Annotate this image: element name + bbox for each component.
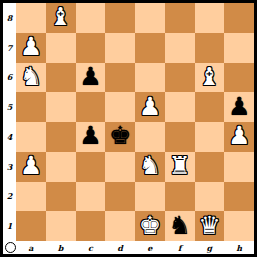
square-g3[interactable]: [195, 152, 225, 182]
rank-labels: 87654321: [3, 3, 16, 241]
square-h8[interactable]: [224, 3, 254, 33]
file-label-h: h: [224, 241, 254, 254]
square-b6[interactable]: [46, 63, 76, 93]
square-f7[interactable]: [165, 33, 195, 63]
file-label-b: b: [46, 241, 76, 254]
file-label-f: f: [165, 241, 195, 254]
square-b8[interactable]: ♝: [46, 3, 76, 33]
white-king: ♚: [139, 213, 161, 238]
rank-label-4: 4: [3, 122, 16, 152]
file-label-d: d: [105, 241, 135, 254]
white-rook: ♜: [168, 153, 190, 178]
square-a8[interactable]: [16, 3, 46, 33]
square-c8[interactable]: [76, 3, 106, 33]
white-to-move-indicator: [5, 242, 16, 253]
square-h7[interactable]: [224, 33, 254, 63]
square-f4[interactable]: [165, 122, 195, 152]
white-bishop: ♝: [198, 64, 220, 89]
square-d1[interactable]: [105, 211, 135, 241]
square-g2[interactable]: [195, 182, 225, 212]
square-g1[interactable]: ♛: [195, 211, 225, 241]
file-label-e: e: [135, 241, 165, 254]
square-a1[interactable]: [16, 211, 46, 241]
square-b1[interactable]: [46, 211, 76, 241]
square-g4[interactable]: [195, 122, 225, 152]
black-pawn: ♟: [228, 94, 250, 119]
rank-label-6: 6: [3, 63, 16, 93]
square-a3[interactable]: ♟: [16, 152, 46, 182]
file-label-a: a: [16, 241, 46, 254]
square-e7[interactable]: [135, 33, 165, 63]
square-f5[interactable]: [165, 92, 195, 122]
square-b2[interactable]: [46, 182, 76, 212]
white-pawn: ♟: [20, 153, 42, 178]
square-e3[interactable]: ♞: [135, 152, 165, 182]
square-h5[interactable]: ♟: [224, 92, 254, 122]
square-d3[interactable]: [105, 152, 135, 182]
square-f6[interactable]: [165, 63, 195, 93]
square-c2[interactable]: [76, 182, 106, 212]
white-bishop: ♝: [49, 4, 71, 29]
square-e1[interactable]: ♚: [135, 211, 165, 241]
file-label-c: c: [76, 241, 106, 254]
square-f3[interactable]: ♜: [165, 152, 195, 182]
side-to-move-corner: [3, 241, 16, 254]
square-a4[interactable]: [16, 122, 46, 152]
rank-label-1: 1: [3, 211, 16, 241]
white-knight: ♞: [20, 64, 42, 89]
square-c5[interactable]: [76, 92, 106, 122]
square-a7[interactable]: ♟: [16, 33, 46, 63]
square-g6[interactable]: ♝: [195, 63, 225, 93]
white-pawn: ♟: [20, 34, 42, 59]
square-c3[interactable]: [76, 152, 106, 182]
square-f2[interactable]: [165, 182, 195, 212]
square-e5[interactable]: ♟: [135, 92, 165, 122]
white-pawn: ♟: [139, 94, 161, 119]
square-h4[interactable]: ♟: [224, 122, 254, 152]
square-a2[interactable]: [16, 182, 46, 212]
square-b5[interactable]: [46, 92, 76, 122]
square-d4[interactable]: ♚: [105, 122, 135, 152]
square-d6[interactable]: [105, 63, 135, 93]
square-c7[interactable]: [76, 33, 106, 63]
rank-label-7: 7: [3, 33, 16, 63]
square-d8[interactable]: [105, 3, 135, 33]
square-b4[interactable]: [46, 122, 76, 152]
chess-diagram: 87654321 ♝♟♞♟♝♟♟♟♚♟♟♞♜♚♞♛ abcdefgh: [0, 0, 257, 257]
square-d7[interactable]: [105, 33, 135, 63]
square-h3[interactable]: [224, 152, 254, 182]
square-h2[interactable]: [224, 182, 254, 212]
square-c6[interactable]: ♟: [76, 63, 106, 93]
square-d5[interactable]: [105, 92, 135, 122]
rank-label-8: 8: [3, 3, 16, 33]
square-e8[interactable]: [135, 3, 165, 33]
black-king: ♚: [109, 123, 131, 148]
square-e4[interactable]: [135, 122, 165, 152]
square-c4[interactable]: ♟: [76, 122, 106, 152]
square-h6[interactable]: [224, 63, 254, 93]
chess-board: ♝♟♞♟♝♟♟♟♚♟♟♞♜♚♞♛: [16, 3, 254, 241]
square-e6[interactable]: [135, 63, 165, 93]
square-h1[interactable]: [224, 211, 254, 241]
square-d2[interactable]: [105, 182, 135, 212]
square-f1[interactable]: ♞: [165, 211, 195, 241]
file-label-g: g: [195, 241, 225, 254]
square-g7[interactable]: [195, 33, 225, 63]
square-e2[interactable]: [135, 182, 165, 212]
square-b3[interactable]: [46, 152, 76, 182]
square-a6[interactable]: ♞: [16, 63, 46, 93]
white-queen: ♛: [198, 213, 220, 238]
white-knight: ♞: [139, 153, 161, 178]
square-c1[interactable]: [76, 211, 106, 241]
square-g5[interactable]: [195, 92, 225, 122]
rank-label-3: 3: [3, 152, 16, 182]
file-labels-row: abcdefgh: [3, 241, 254, 254]
square-a5[interactable]: [16, 92, 46, 122]
square-b7[interactable]: [46, 33, 76, 63]
white-pawn: ♟: [228, 123, 250, 148]
rank-label-5: 5: [3, 92, 16, 122]
black-pawn: ♟: [79, 123, 101, 148]
square-f8[interactable]: [165, 3, 195, 33]
square-g8[interactable]: [195, 3, 225, 33]
black-pawn: ♟: [79, 64, 101, 89]
rank-label-2: 2: [3, 182, 16, 212]
black-knight: ♞: [168, 213, 190, 238]
diagram-inner: 87654321 ♝♟♞♟♝♟♟♟♚♟♟♞♜♚♞♛ abcdefgh: [3, 3, 254, 254]
